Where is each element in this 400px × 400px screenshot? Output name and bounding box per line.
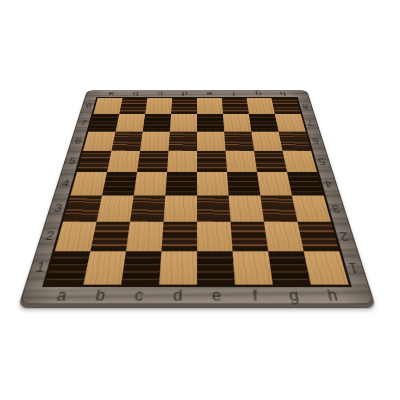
file-label-top-a: a [98,90,124,98]
square-a6[interactable] [83,132,116,151]
square-b2[interactable] [90,222,130,252]
square-d4[interactable] [165,172,197,196]
square-d8[interactable] [171,98,197,114]
square-f3[interactable] [229,196,264,222]
square-f6[interactable] [224,132,254,151]
square-b3[interactable] [97,196,134,222]
square-c2[interactable] [126,222,164,252]
square-d3[interactable] [164,196,197,222]
square-a8[interactable] [93,98,122,114]
square-c7[interactable] [143,114,171,131]
square-f5[interactable] [226,151,257,172]
square-e6[interactable] [197,132,226,151]
file-label-bottom-g: g [273,285,315,305]
square-d6[interactable] [168,132,197,151]
square-d1[interactable] [159,251,197,284]
square-g6[interactable] [251,132,282,151]
square-e7[interactable] [197,114,224,131]
file-label-top-b: b [123,90,149,98]
file-label-bottom-e: e [197,285,236,305]
file-label-top-f: f [221,90,246,98]
file-label-bottom-c: c [118,285,159,305]
square-b1[interactable] [83,251,126,284]
square-f7[interactable] [223,114,251,131]
file-label-bottom-b: b [79,285,121,305]
file-label-top-e: e [197,90,222,98]
square-f8[interactable] [222,98,249,114]
file-labels-top: abcdefgh [98,90,297,98]
file-label-bottom-f: f [235,285,276,305]
square-f4[interactable] [227,172,260,196]
square-b6[interactable] [111,132,142,151]
file-label-bottom-d: d [158,285,197,305]
square-d2[interactable] [161,222,197,252]
square-a5[interactable] [77,151,111,172]
file-label-bottom-h: h [311,285,354,305]
photo-background: abcdefgh abcdefgh 87654321 87654321 [0,0,400,400]
square-d7[interactable] [170,114,197,131]
square-g5[interactable] [254,151,287,172]
square-g8[interactable] [247,98,275,114]
square-e8[interactable] [197,98,223,114]
board-grid [45,98,348,284]
square-a7[interactable] [88,114,119,131]
square-c5[interactable] [137,151,168,172]
square-c6[interactable] [140,132,170,151]
square-c4[interactable] [134,172,167,196]
file-label-top-d: d [172,90,197,98]
square-d5[interactable] [167,151,197,172]
square-e5[interactable] [197,151,227,172]
square-e3[interactable] [197,196,230,222]
square-b7[interactable] [115,114,145,131]
file-label-top-g: g [246,90,272,98]
square-g4[interactable] [257,172,292,196]
square-f1[interactable] [233,251,273,284]
file-label-top-c: c [147,90,172,98]
square-b4[interactable] [102,172,137,196]
square-c1[interactable] [121,251,161,284]
square-b5[interactable] [107,151,140,172]
file-label-top-h: h [270,90,296,98]
square-c8[interactable] [145,98,172,114]
square-e1[interactable] [197,251,235,284]
chess-board: abcdefgh abcdefgh 87654321 87654321 [19,90,375,304]
file-label-bottom-a: a [40,285,83,305]
square-g7[interactable] [249,114,279,131]
square-f2[interactable] [230,222,268,252]
file-labels-bottom: abcdefgh [40,285,354,305]
square-b8[interactable] [119,98,147,114]
square-c3[interactable] [130,196,165,222]
square-e2[interactable] [197,222,233,252]
square-e4[interactable] [197,172,229,196]
